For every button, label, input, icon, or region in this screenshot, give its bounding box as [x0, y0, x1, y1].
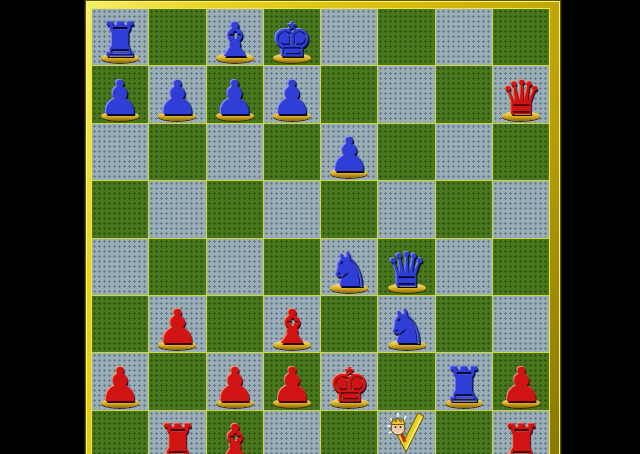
knight-glyph: ♞	[328, 246, 370, 293]
piece-red-rook[interactable]: ♜	[493, 411, 549, 454]
square-f7[interactable]	[378, 66, 434, 122]
pawn-glyph: ♟	[214, 361, 256, 408]
rook-glyph: ♜	[500, 418, 542, 454]
square-g3[interactable]	[436, 296, 492, 352]
square-a5[interactable]	[92, 181, 148, 237]
square-h1[interactable]: ♜	[493, 411, 549, 454]
bishop-glyph: ♝	[271, 303, 313, 350]
bishop-glyph: ♝	[214, 418, 256, 454]
pawn-glyph: ♟	[99, 74, 141, 121]
square-h7[interactable]: ♛	[493, 66, 549, 122]
piece-blue-pawn[interactable]: ♟	[207, 66, 263, 122]
square-b3[interactable]: ♟	[149, 296, 205, 352]
square-g8[interactable]	[436, 9, 492, 65]
piece-red-pawn[interactable]: ♟	[493, 353, 549, 409]
square-g4[interactable]	[436, 239, 492, 295]
square-f1[interactable]	[378, 411, 434, 454]
square-b2[interactable]	[149, 353, 205, 409]
piece-red-rook[interactable]: ♜	[149, 411, 205, 454]
bishop-glyph: ♝	[214, 16, 256, 63]
square-c6[interactable]	[207, 124, 263, 180]
square-d4[interactable]	[264, 239, 320, 295]
king-glyph: ♚	[271, 16, 313, 63]
queen-glyph: ♛	[386, 246, 428, 293]
square-e8[interactable]	[321, 9, 377, 65]
square-d6[interactable]	[264, 124, 320, 180]
piece-blue-knight[interactable]: ♞	[321, 239, 377, 295]
square-d8[interactable]: ♚	[264, 9, 320, 65]
pawn-glyph: ♟	[156, 303, 198, 350]
square-h4[interactable]	[493, 239, 549, 295]
square-g5[interactable]	[436, 181, 492, 237]
square-d2[interactable]: ♟	[264, 353, 320, 409]
square-f8[interactable]	[378, 9, 434, 65]
piece-red-pawn[interactable]: ♟	[207, 353, 263, 409]
square-c3[interactable]	[207, 296, 263, 352]
square-e7[interactable]	[321, 66, 377, 122]
square-a2[interactable]: ♟	[92, 353, 148, 409]
square-a8[interactable]: ♜	[92, 9, 148, 65]
piece-red-bishop[interactable]: ♝	[264, 296, 320, 352]
square-e6[interactable]: ♟	[321, 124, 377, 180]
pawn-glyph: ♟	[271, 74, 313, 121]
chess-board: ♜♝♚♟♟♟♟♛♟♞♛♟♝♞♟♟♟♚♜♟♜♝ ♜	[92, 9, 549, 454]
square-h6[interactable]	[493, 124, 549, 180]
square-e1[interactable]	[321, 411, 377, 454]
square-h5[interactable]	[493, 181, 549, 237]
piece-blue-pawn[interactable]: ♟	[149, 66, 205, 122]
square-f3[interactable]: ♞	[378, 296, 434, 352]
square-f5[interactable]	[378, 181, 434, 237]
square-f2[interactable]	[378, 353, 434, 409]
square-c4[interactable]	[207, 239, 263, 295]
queen-glyph: ♛	[500, 74, 542, 121]
piece-red-bishop[interactable]: ♝	[207, 411, 263, 454]
square-a7[interactable]: ♟	[92, 66, 148, 122]
square-b5[interactable]	[149, 181, 205, 237]
pawn-glyph: ♟	[214, 74, 256, 121]
square-d7[interactable]: ♟	[264, 66, 320, 122]
square-c8[interactable]: ♝	[207, 9, 263, 65]
square-d3[interactable]: ♝	[264, 296, 320, 352]
square-f6[interactable]	[378, 124, 434, 180]
piece-red-king[interactable]: ♚	[321, 353, 377, 409]
piece-blue-rook[interactable]: ♜	[92, 9, 148, 65]
square-c7[interactable]: ♟	[207, 66, 263, 122]
square-g6[interactable]	[436, 124, 492, 180]
piece-blue-rook[interactable]: ♜	[436, 353, 492, 409]
square-b8[interactable]	[149, 9, 205, 65]
pawn-glyph: ♟	[500, 361, 542, 408]
piece-blue-queen[interactable]: ♛	[378, 239, 434, 295]
square-e3[interactable]	[321, 296, 377, 352]
piece-blue-bishop[interactable]: ♝	[207, 9, 263, 65]
rook-glyph: ♜	[443, 361, 485, 408]
square-a6[interactable]	[92, 124, 148, 180]
square-d5[interactable]	[264, 181, 320, 237]
piece-blue-knight[interactable]: ♞	[378, 296, 434, 352]
square-b4[interactable]	[149, 239, 205, 295]
piece-red-queen[interactable]: ♛	[493, 66, 549, 122]
square-b6[interactable]	[149, 124, 205, 180]
square-e2[interactable]: ♚	[321, 353, 377, 409]
piece-red-pawn[interactable]: ♟	[149, 296, 205, 352]
square-a3[interactable]	[92, 296, 148, 352]
square-g2[interactable]: ♜	[436, 353, 492, 409]
square-h8[interactable]	[493, 9, 549, 65]
square-d1[interactable]	[264, 411, 320, 454]
pawn-glyph: ♟	[156, 74, 198, 121]
square-h3[interactable]	[493, 296, 549, 352]
pawn-glyph: ♟	[271, 361, 313, 408]
king-glyph: ♚	[328, 361, 370, 408]
piece-red-pawn[interactable]: ♟	[92, 353, 148, 409]
knight-glyph: ♞	[386, 303, 428, 350]
chess-board-frame: ♜♝♚♟♟♟♟♛♟♞♛♟♝♞♟♟♟♚♜♟♜♝ ♜	[85, 0, 561, 454]
square-a1[interactable]	[92, 411, 148, 454]
square-h2[interactable]: ♟	[493, 353, 549, 409]
piece-red-pawn[interactable]: ♟	[264, 353, 320, 409]
piece-blue-king[interactable]: ♚	[264, 9, 320, 65]
square-g7[interactable]	[436, 66, 492, 122]
square-g1[interactable]	[436, 411, 492, 454]
square-c2[interactable]: ♟	[207, 353, 263, 409]
square-c1[interactable]: ♝	[207, 411, 263, 454]
piece-blue-pawn[interactable]: ♟	[92, 66, 148, 122]
piece-blue-pawn[interactable]: ♟	[321, 124, 377, 180]
king-check-cursor-icon	[384, 412, 429, 454]
square-c5[interactable]	[207, 181, 263, 237]
piece-blue-pawn[interactable]: ♟	[264, 66, 320, 122]
square-e4[interactable]: ♞	[321, 239, 377, 295]
square-b7[interactable]: ♟	[149, 66, 205, 122]
square-f4[interactable]: ♛	[378, 239, 434, 295]
square-e5[interactable]	[321, 181, 377, 237]
square-b1[interactable]: ♜	[149, 411, 205, 454]
rook-glyph: ♜	[99, 16, 141, 63]
rook-glyph: ♜	[156, 418, 198, 454]
game-screen: ♜♝♚♟♟♟♟♛♟♞♛♟♝♞♟♟♟♚♜♟♜♝ ♜	[0, 0, 640, 454]
pawn-glyph: ♟	[99, 361, 141, 408]
square-a4[interactable]	[92, 239, 148, 295]
pawn-glyph: ♟	[328, 131, 370, 178]
